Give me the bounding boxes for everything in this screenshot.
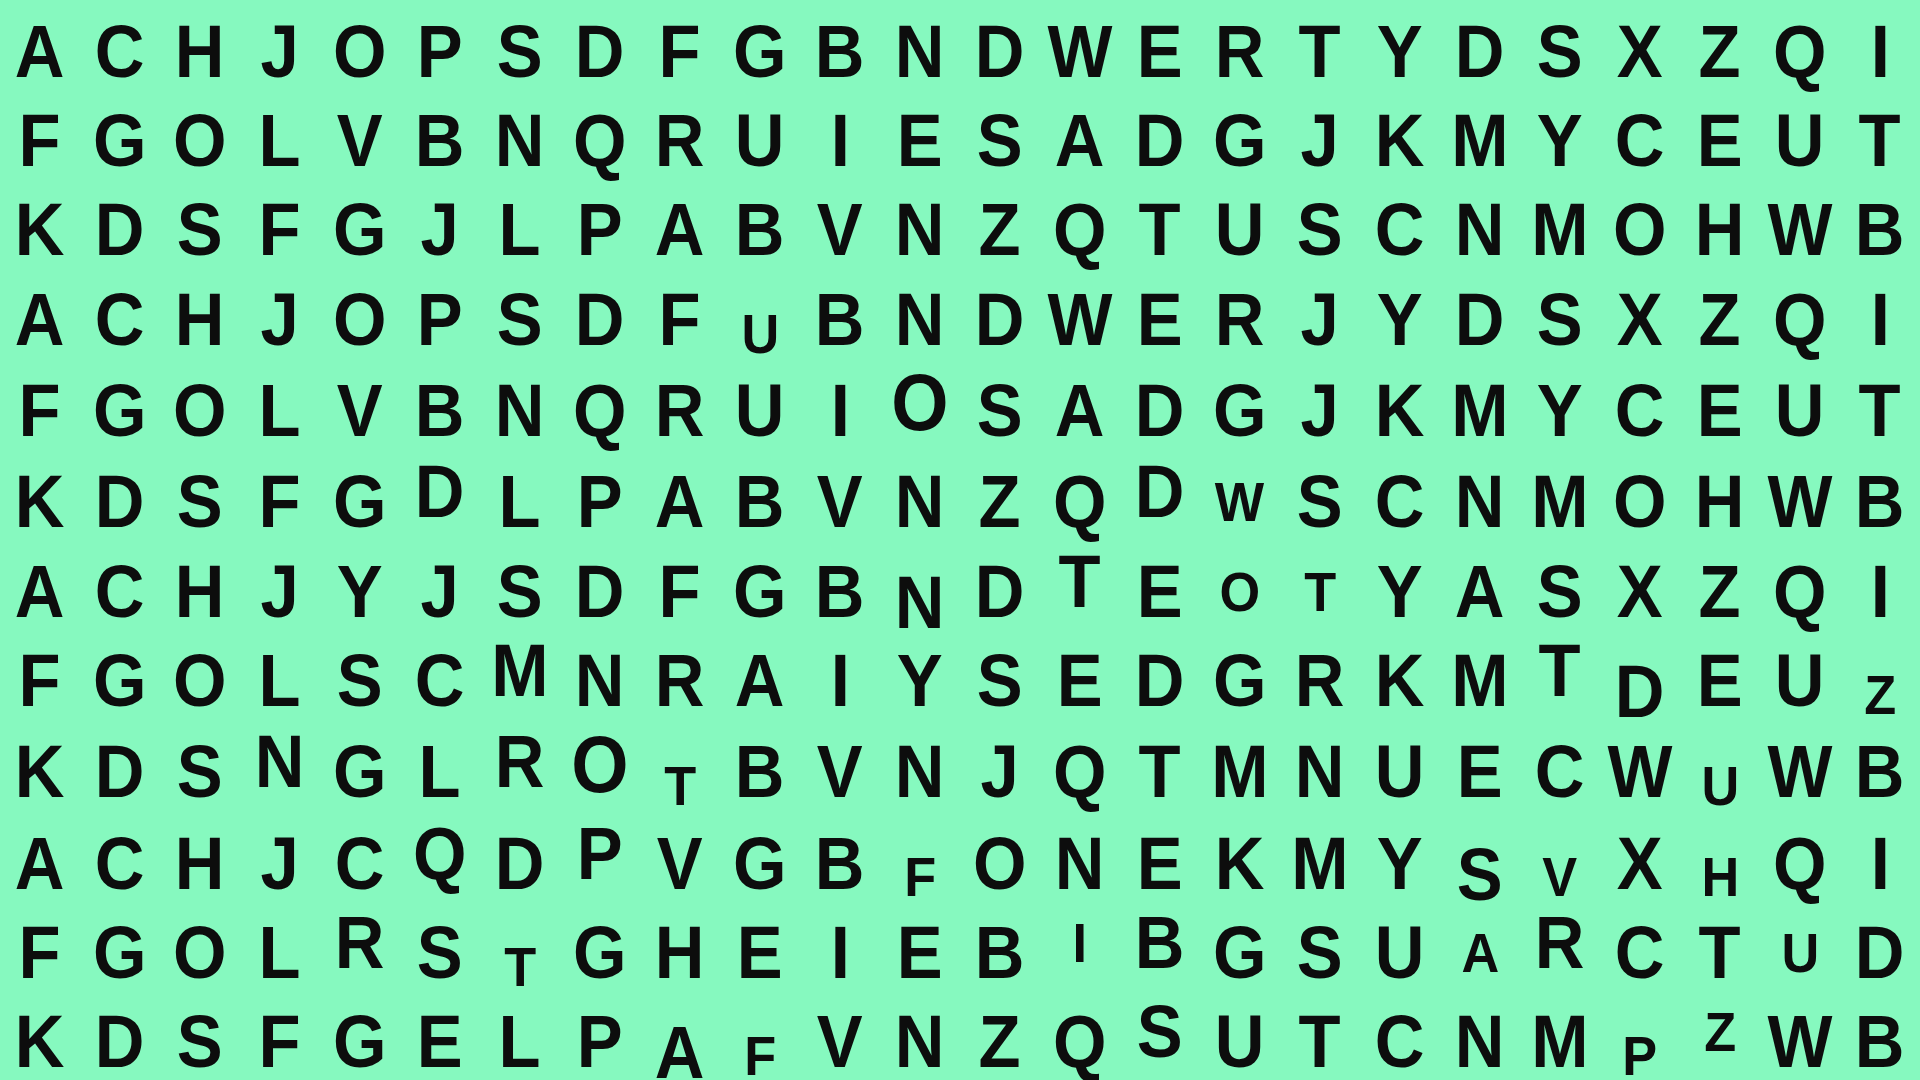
grid-cell[interactable]: V [800,179,880,268]
grid-cell[interactable]: T [1840,357,1920,450]
grid-cell[interactable]: U [1760,901,1840,990]
grid-cell[interactable]: Y [1360,0,1440,89]
grid-cell[interactable]: S [1120,991,1200,1080]
grid-cell[interactable]: S [960,629,1040,718]
grid-cell[interactable]: I [1840,812,1920,901]
grid-cell[interactable]: W [1760,179,1840,268]
grid-cell[interactable]: E [1120,812,1200,901]
grid-cell[interactable]: B [720,179,800,268]
grid-cell[interactable]: Z [960,991,1040,1080]
grid-cell[interactable]: D [960,0,1040,89]
grid-cell[interactable]: S [160,179,240,268]
grid-cell[interactable]: C [1360,179,1440,268]
grid-cell[interactable]: U [1760,89,1840,178]
grid-cell[interactable]: V [320,357,400,450]
grid-cell[interactable]: B [1840,719,1920,812]
grid-cell[interactable]: G [80,357,160,450]
grid-cell[interactable]: J [1280,268,1360,357]
grid-cell[interactable]: G [80,901,160,990]
grid-cell[interactable]: Q [1760,0,1840,89]
grid-cell[interactable]: M [480,629,560,718]
grid-cell[interactable]: K [1360,89,1440,178]
grid-cell[interactable]: X [1600,0,1680,89]
grid-cell[interactable]: D [400,451,480,540]
grid-cell[interactable]: N [1440,991,1520,1080]
grid-cell[interactable]: B [800,0,880,89]
grid-cell[interactable]: B [720,719,800,812]
grid-cell[interactable]: N [1440,179,1520,268]
grid-cell[interactable]: B [800,268,880,357]
grid-cell[interactable]: T [1520,629,1600,718]
grid-cell[interactable]: O [160,357,240,450]
grid-cell[interactable]: K [0,179,80,268]
grid-cell[interactable]: N [880,719,960,812]
grid-cell[interactable]: U [720,268,800,357]
grid-cell[interactable]: H [160,268,240,357]
grid-cell[interactable]: U [1680,719,1760,812]
grid-cell[interactable]: B [1840,179,1920,268]
grid-cell[interactable]: Y [320,540,400,629]
grid-cell[interactable]: C [80,540,160,629]
grid-cell[interactable]: S [1520,540,1600,629]
grid-cell[interactable]: W [1600,719,1680,812]
grid-cell[interactable]: L [240,89,320,178]
grid-cell[interactable]: S [160,451,240,540]
grid-cell[interactable]: W [1760,719,1840,812]
grid-cell[interactable]: A [0,0,80,89]
grid-cell[interactable]: Z [1680,540,1760,629]
grid-cell[interactable]: N [1040,812,1120,901]
grid-cell[interactable]: R [480,719,560,812]
grid-cell[interactable]: D [80,991,160,1080]
grid-cell[interactable]: L [480,179,560,268]
grid-cell[interactable]: N [880,451,960,540]
grid-letter: R [655,374,705,448]
grid-cell[interactable]: C [1360,451,1440,540]
grid-cell[interactable]: M [1440,89,1520,178]
grid-cell[interactable]: G [320,719,400,812]
grid-cell[interactable]: N [480,89,560,178]
grid-cell[interactable]: D [560,268,640,357]
grid-cell[interactable]: V [800,719,880,812]
grid-cell[interactable]: J [240,812,320,901]
grid-cell[interactable]: N [880,540,960,629]
grid-cell[interactable]: A [640,991,720,1080]
grid-letter: U [735,104,785,178]
grid-cell[interactable]: Y [1360,540,1440,629]
grid-cell[interactable]: F [640,268,720,357]
grid-cell[interactable]: D [1440,268,1520,357]
grid-cell[interactable]: L [480,451,560,540]
grid-cell[interactable]: I [800,629,880,718]
grid-cell[interactable]: N [880,268,960,357]
grid-cell[interactable]: Y [1520,89,1600,178]
grid-cell[interactable]: E [880,901,960,990]
grid-cell[interactable]: T [1280,540,1360,629]
grid-cell[interactable]: I [800,357,880,450]
grid-letter: F [259,1005,301,1079]
grid-cell[interactable]: H [1680,179,1760,268]
grid-cell[interactable]: I [1040,901,1120,990]
grid-cell[interactable]: A [1440,540,1520,629]
grid-cell[interactable]: F [720,991,800,1080]
grid-cell[interactable]: G [720,0,800,89]
grid-cell[interactable]: G [80,629,160,718]
grid-cell[interactable]: G [1200,89,1280,178]
grid-cell[interactable]: T [1120,719,1200,812]
grid-cell[interactable]: K [1200,812,1280,901]
grid-cell[interactable]: K [0,451,80,540]
grid-cell[interactable]: P [560,451,640,540]
grid-cell[interactable]: E [1040,629,1120,718]
grid-cell[interactable]: S [1520,268,1600,357]
grid-cell[interactable]: M [1440,629,1520,718]
grid-cell[interactable]: O [960,812,1040,901]
grid-cell[interactable]: D [1440,0,1520,89]
grid-cell[interactable]: E [1680,89,1760,178]
grid-cell[interactable]: Q [1040,991,1120,1080]
grid-cell[interactable]: T [1040,540,1120,629]
grid-cell[interactable]: K [0,719,80,812]
grid-letter: H [175,283,225,357]
grid-cell[interactable]: Z [960,179,1040,268]
grid-cell[interactable]: S [1280,179,1360,268]
grid-cell[interactable]: C [1600,357,1680,450]
grid-cell[interactable]: Y [1360,812,1440,901]
grid-cell[interactable]: K [1360,357,1440,450]
grid-cell[interactable]: D [1120,451,1200,540]
grid-cell[interactable]: U [1360,719,1440,812]
grid-cell[interactable]: N [560,629,640,718]
grid-cell[interactable]: X [1600,540,1680,629]
grid-cell[interactable]: C [1600,89,1680,178]
grid-cell[interactable]: B [400,357,480,450]
grid-cell[interactable]: H [1680,451,1760,540]
grid-cell[interactable]: V [640,812,720,901]
grid-cell[interactable]: D [1120,629,1200,718]
grid-cell[interactable]: Q [1760,540,1840,629]
grid-cell[interactable]: G [80,89,160,178]
grid-cell[interactable]: R [320,901,400,990]
grid-cell[interactable]: Q [560,89,640,178]
grid-cell[interactable]: J [960,719,1040,812]
grid-cell[interactable]: D [960,268,1040,357]
grid-cell[interactable]: E [1680,357,1760,450]
grid-cell[interactable]: N [1280,719,1360,812]
grid-cell[interactable]: O [560,719,640,812]
grid-cell[interactable]: D [1840,901,1920,990]
grid-cell[interactable]: V [1520,812,1600,901]
grid-cell[interactable]: N [880,179,960,268]
grid-cell[interactable]: R [1280,629,1360,718]
grid-cell[interactable]: H [160,812,240,901]
grid-cell[interactable]: G [320,991,400,1080]
grid-cell[interactable]: D [960,540,1040,629]
grid-cell[interactable]: H [160,0,240,89]
grid-cell[interactable]: T [1840,89,1920,178]
grid-cell[interactable]: M [1280,812,1360,901]
grid-cell[interactable]: T [1280,0,1360,89]
grid-cell[interactable]: N [880,0,960,89]
grid-cell[interactable]: C [1520,719,1600,812]
grid-cell[interactable]: I [1840,0,1920,89]
grid-cell[interactable]: D [80,179,160,268]
grid-cell[interactable]: O [1600,451,1680,540]
grid-cell[interactable]: Z [1840,629,1920,718]
grid-cell[interactable]: J [240,268,320,357]
grid-cell[interactable]: O [160,89,240,178]
grid-cell[interactable]: K [1360,629,1440,718]
grid-cell[interactable]: Q [400,812,480,901]
grid-cell[interactable]: P [560,812,640,901]
grid-cell[interactable]: S [960,357,1040,450]
grid-cell[interactable]: P [400,268,480,357]
grid-cell[interactable]: J [1280,89,1360,178]
grid-cell[interactable]: Z [1680,991,1760,1080]
grid-cell[interactable]: D [1120,89,1200,178]
grid-cell[interactable]: G [720,812,800,901]
grid-cell[interactable]: A [0,268,80,357]
grid-cell[interactable]: J [400,179,480,268]
grid-cell[interactable]: F [0,901,80,990]
grid-cell[interactable]: O [1200,540,1280,629]
grid-cell[interactable]: O [160,901,240,990]
grid-cell[interactable]: O [320,268,400,357]
grid-cell[interactable]: O [1600,179,1680,268]
grid-cell[interactable]: A [720,629,800,718]
grid-cell[interactable]: T [480,901,560,990]
grid-cell[interactable]: R [1200,0,1280,89]
grid-cell[interactable]: F [640,540,720,629]
grid-cell[interactable]: E [880,89,960,178]
grid-cell[interactable]: X [1600,268,1680,357]
grid-cell[interactable]: U [720,357,800,450]
grid-cell[interactable]: S [960,89,1040,178]
grid-cell[interactable]: F [240,179,320,268]
grid-cell[interactable]: T [1280,991,1360,1080]
grid-cell[interactable]: P [1600,991,1680,1080]
grid-cell[interactable]: W [1760,451,1840,540]
grid-cell[interactable]: B [1840,451,1920,540]
grid-cell[interactable]: S [480,268,560,357]
grid-cell[interactable]: F [880,812,960,901]
grid-cell[interactable]: Y [880,629,960,718]
grid-cell[interactable]: S [1440,812,1520,901]
grid-cell[interactable]: O [160,629,240,718]
grid-cell[interactable]: J [1280,357,1360,450]
grid-cell[interactable]: Q [1040,719,1120,812]
grid-cell[interactable]: N [1440,451,1520,540]
grid-cell[interactable]: D [1120,357,1200,450]
grid-cell[interactable]: T [1680,901,1760,990]
grid-letter: P [1623,1028,1658,1080]
grid-cell[interactable]: S [480,0,560,89]
grid-cell[interactable]: B [800,540,880,629]
grid-cell[interactable]: F [0,629,80,718]
grid-cell[interactable]: U [1360,901,1440,990]
grid-cell[interactable]: G [560,901,640,990]
grid-cell[interactable]: C [320,812,400,901]
grid-cell[interactable]: F [640,0,720,89]
grid-letter: N [1295,735,1345,809]
grid-cell[interactable]: H [640,901,720,990]
grid-cell[interactable]: B [400,89,480,178]
grid-cell[interactable]: R [640,629,720,718]
grid-cell[interactable]: I [800,89,880,178]
grid-cell[interactable]: G [320,451,400,540]
grid-cell[interactable]: G [1200,357,1280,450]
grid-letter: W [1608,735,1673,809]
grid-cell[interactable]: Z [1680,268,1760,357]
grid-cell[interactable]: L [240,357,320,450]
grid-cell[interactable]: C [1360,991,1440,1080]
grid-cell[interactable]: M [1440,357,1520,450]
grid-cell[interactable]: E [1120,0,1200,89]
grid-cell[interactable]: L [400,719,480,812]
grid-cell[interactable]: C [1600,901,1680,990]
grid-cell[interactable]: C [80,0,160,89]
grid-cell[interactable]: A [1040,357,1120,450]
grid-cell[interactable]: K [0,991,80,1080]
grid-cell[interactable]: S [1280,901,1360,990]
grid-cell[interactable]: Z [960,451,1040,540]
grid-cell[interactable]: A [640,451,720,540]
grid-cell[interactable]: F [240,451,320,540]
grid-cell[interactable]: F [0,89,80,178]
grid-cell[interactable]: F [240,991,320,1080]
grid-cell[interactable]: E [720,901,800,990]
grid-cell[interactable]: C [400,629,480,718]
grid-letter: K [1375,374,1425,448]
grid-cell[interactable]: M [1520,451,1600,540]
grid-cell[interactable]: V [800,991,880,1080]
grid-letter: C [1375,193,1425,267]
grid-cell[interactable]: T [640,719,720,812]
grid-cell[interactable]: S [400,901,480,990]
grid-cell[interactable]: V [320,89,400,178]
grid-cell[interactable]: S [160,719,240,812]
grid-cell[interactable]: D [80,451,160,540]
grid-cell[interactable]: X [1600,812,1680,901]
grid-cell[interactable]: J [400,540,480,629]
grid-cell[interactable]: Q [1040,451,1120,540]
grid-cell[interactable]: D [560,0,640,89]
grid-cell[interactable]: E [1680,629,1760,718]
grid-cell[interactable]: S [1520,0,1600,89]
grid-cell[interactable]: A [1040,89,1120,178]
grid-cell[interactable]: J [240,0,320,89]
grid-cell[interactable]: H [160,540,240,629]
grid-cell[interactable]: S [320,629,400,718]
grid-cell[interactable]: D [1600,629,1680,718]
grid-cell[interactable]: B [1840,991,1920,1080]
grid-cell[interactable]: D [560,540,640,629]
grid-cell[interactable]: P [560,991,640,1080]
grid-cell[interactable]: W [1760,991,1840,1080]
grid-cell[interactable]: S [160,991,240,1080]
grid-cell[interactable]: A [0,812,80,901]
grid-cell[interactable]: B [960,901,1040,990]
grid-cell[interactable]: E [400,991,480,1080]
grid-cell[interactable]: W [1040,0,1120,89]
grid-cell[interactable]: W [1200,451,1280,540]
grid-cell[interactable]: D [80,719,160,812]
grid-letter: D [1455,283,1505,357]
grid-cell[interactable]: Y [1360,268,1440,357]
grid-cell[interactable]: B [720,451,800,540]
grid-cell[interactable]: A [640,179,720,268]
grid-cell[interactable]: N [480,357,560,450]
grid-cell[interactable]: R [1520,901,1600,990]
grid-cell[interactable]: P [560,179,640,268]
grid-cell[interactable]: R [640,357,720,450]
grid-cell[interactable]: I [1840,268,1920,357]
grid-cell[interactable]: N [880,991,960,1080]
grid-cell[interactable]: M [1520,179,1600,268]
grid-cell[interactable]: S [480,540,560,629]
grid-cell[interactable]: O [880,357,960,450]
grid-cell[interactable]: S [1280,451,1360,540]
grid-cell[interactable]: L [240,629,320,718]
grid-cell[interactable]: R [640,89,720,178]
grid-cell[interactable]: G [1200,629,1280,718]
grid-cell[interactable]: G [320,179,400,268]
grid-cell[interactable]: C [80,812,160,901]
grid-cell[interactable]: L [240,901,320,990]
grid-cell[interactable]: V [800,451,880,540]
grid-cell[interactable]: M [1520,991,1600,1080]
grid-cell[interactable]: C [80,268,160,357]
grid-cell[interactable]: U [1760,357,1840,450]
grid-cell[interactable]: I [800,901,880,990]
grid-cell[interactable]: M [1200,719,1280,812]
grid-cell[interactable]: J [240,540,320,629]
grid-cell[interactable]: E [1440,719,1520,812]
grid-letter: S [1297,916,1343,990]
grid-cell[interactable]: H [1680,812,1760,901]
grid-cell[interactable]: Q [1760,268,1840,357]
grid-cell[interactable]: R [1200,268,1280,357]
grid-cell[interactable]: E [1120,268,1200,357]
grid-cell[interactable]: Z [1680,0,1760,89]
grid-cell[interactable]: U [720,89,800,178]
grid-letter: E [1697,644,1743,718]
grid-cell[interactable]: F [0,357,80,450]
grid-cell[interactable]: Q [1760,812,1840,901]
grid-letter: J [261,827,299,901]
grid-cell[interactable]: P [400,0,480,89]
grid-cell[interactable]: G [1200,901,1280,990]
grid-cell[interactable]: W [1040,268,1120,357]
grid-cell[interactable]: N [240,719,320,812]
grid-cell[interactable]: Q [1040,179,1120,268]
grid-cell[interactable]: G [720,540,800,629]
grid-cell[interactable]: T [1120,179,1200,268]
grid-cell[interactable]: B [1120,901,1200,990]
grid-cell[interactable]: Q [560,357,640,450]
grid-cell[interactable]: O [320,0,400,89]
grid-cell[interactable]: U [1760,629,1840,718]
grid-cell[interactable]: Y [1520,357,1600,450]
grid-cell[interactable]: U [1200,179,1280,268]
grid-cell[interactable]: D [480,812,560,901]
grid-cell[interactable]: E [1120,540,1200,629]
grid-cell[interactable]: A [0,540,80,629]
grid-cell[interactable]: I [1840,540,1920,629]
grid-cell[interactable]: L [480,991,560,1080]
grid-cell[interactable]: B [800,812,880,901]
grid-cell[interactable]: U [1200,991,1280,1080]
